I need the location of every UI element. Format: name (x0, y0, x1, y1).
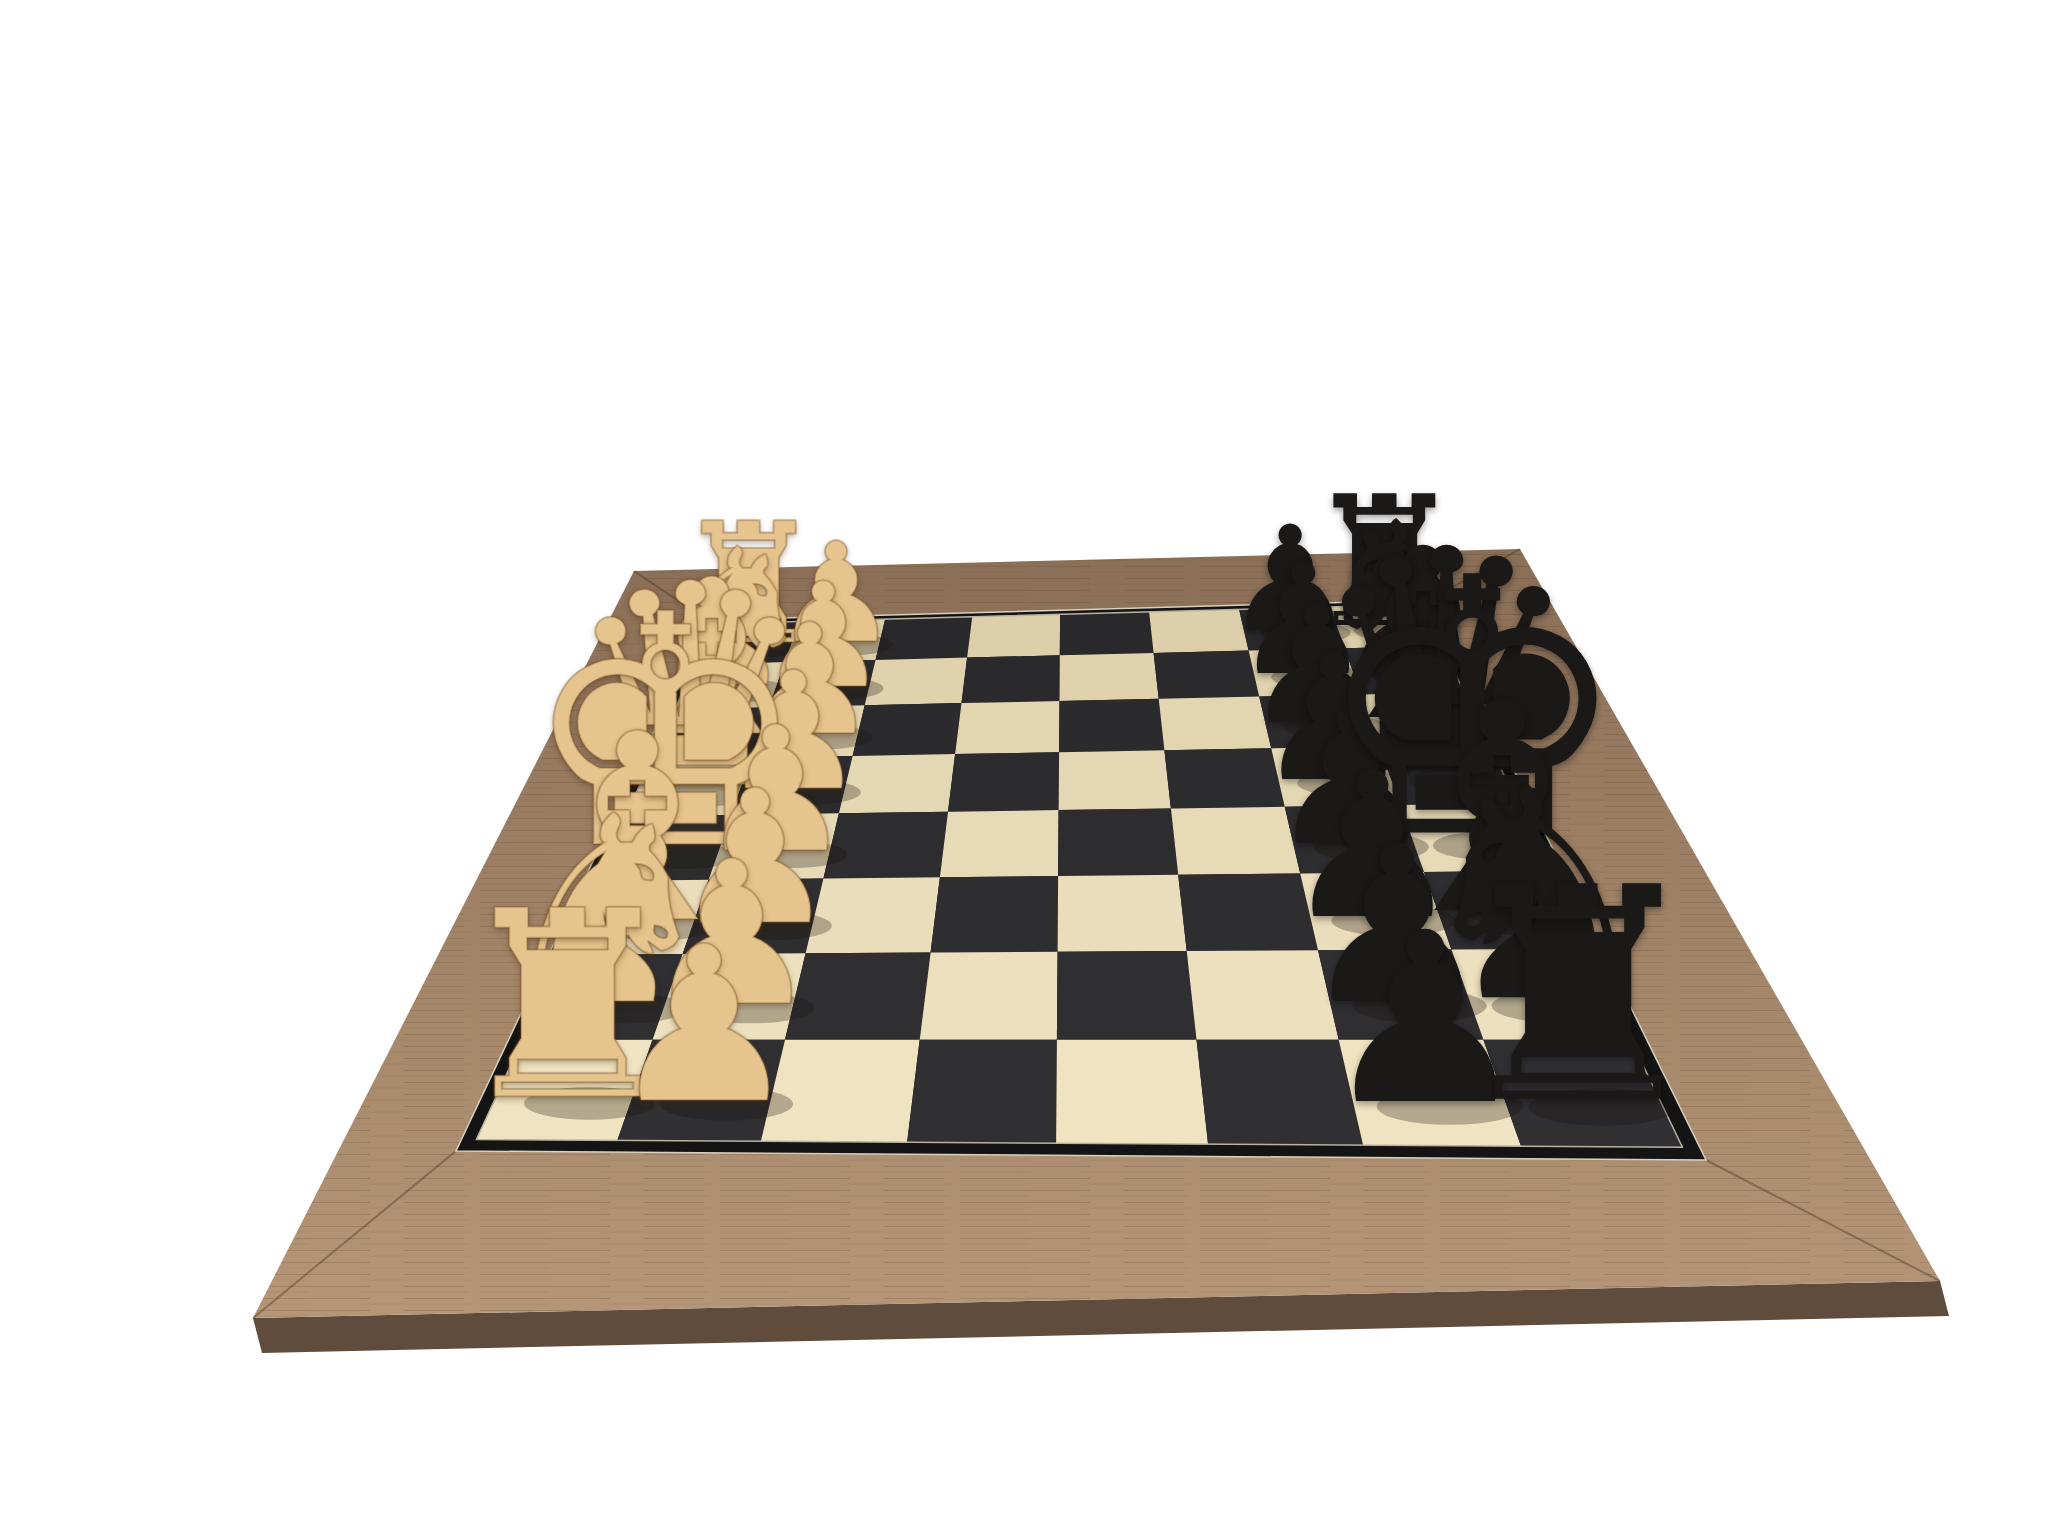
piece-white-rook: ♜ (674, 501, 824, 668)
piece-white-queen: ♛ (564, 547, 815, 827)
piece-white-bishop: ♝ (521, 699, 753, 958)
piece-white-knight: ♞ (646, 524, 816, 714)
piece-black-pawn: ♟ (1283, 746, 1463, 947)
piece-black-queen: ♛ (1308, 510, 1584, 818)
piece-white-pawn: ♟ (608, 917, 801, 1132)
piece-black-knight: ♞ (1310, 493, 1496, 700)
piece-white-pawn: ♟ (642, 835, 820, 1034)
piece-white-pawn: ♟ (774, 525, 898, 663)
piece-black-pawn: ♟ (1225, 506, 1356, 652)
piece-white-pawn: ♟ (672, 765, 838, 950)
piece-white-pawn: ♟ (698, 704, 853, 877)
piece-white-pawn: ♟ (759, 563, 889, 708)
piece-white-pawn: ♟ (721, 651, 867, 814)
piece-white-bishop: ♝ (615, 551, 808, 766)
piece-black-pawn: ♟ (1300, 818, 1495, 1035)
piece-white-knight: ♞ (489, 781, 721, 1040)
piece-black-king: ♚ (1313, 532, 1631, 887)
piece-white-pawn: ♟ (741, 604, 878, 757)
piece-black-rook: ♜ (1446, 849, 1710, 1144)
piece-black-pawn: ♟ (1320, 902, 1532, 1138)
piece-black-knight: ♞ (1406, 750, 1668, 1042)
piece-black-rook: ♜ (1303, 472, 1465, 653)
piece-black-bishop: ♝ (1317, 518, 1529, 754)
piece-white-rook: ♜ (451, 877, 683, 1136)
piece-white-king: ♚ (522, 573, 809, 893)
piece-black-pawn: ♟ (1244, 584, 1391, 748)
piece-black-bishop: ♝ (1372, 665, 1632, 955)
piece-black-pawn: ♟ (1234, 543, 1372, 697)
piece-black-pawn: ♟ (1255, 632, 1411, 806)
chess-set-photo: ♜♟♟♜♞♟♟♞♝♟♟♝♛♟♟♛♚♟♟♚♝♟♟♝♞♟♟♞♜♟♟♜ (0, 0, 2048, 1535)
pieces-layer: ♜♟♟♜♞♟♟♞♝♟♟♝♛♟♟♛♚♟♟♚♝♟♟♝♞♟♟♞♜♟♟♜ (0, 0, 2048, 1535)
piece-black-pawn: ♟ (1268, 685, 1436, 872)
